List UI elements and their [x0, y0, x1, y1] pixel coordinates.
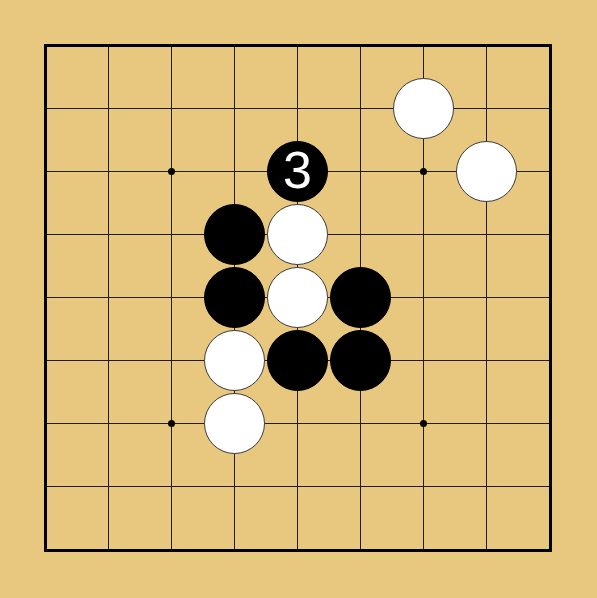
- black-stone[interactable]: [204, 267, 265, 328]
- white-stone[interactable]: [393, 78, 454, 139]
- white-stone[interactable]: [204, 393, 265, 454]
- black-stone[interactable]: [330, 267, 391, 328]
- move-number-label: 3: [283, 144, 312, 196]
- white-stone[interactable]: [267, 204, 328, 265]
- white-stone[interactable]: [456, 141, 517, 202]
- black-stone[interactable]: [267, 330, 328, 391]
- go-board[interactable]: 3: [13, 13, 581, 581]
- go-diagram: 3: [0, 0, 597, 598]
- white-stone[interactable]: [267, 267, 328, 328]
- black-stone[interactable]: [204, 204, 265, 265]
- black-stone[interactable]: [330, 330, 391, 391]
- white-stone[interactable]: [204, 330, 265, 391]
- black-stone[interactable]: 3: [267, 141, 328, 202]
